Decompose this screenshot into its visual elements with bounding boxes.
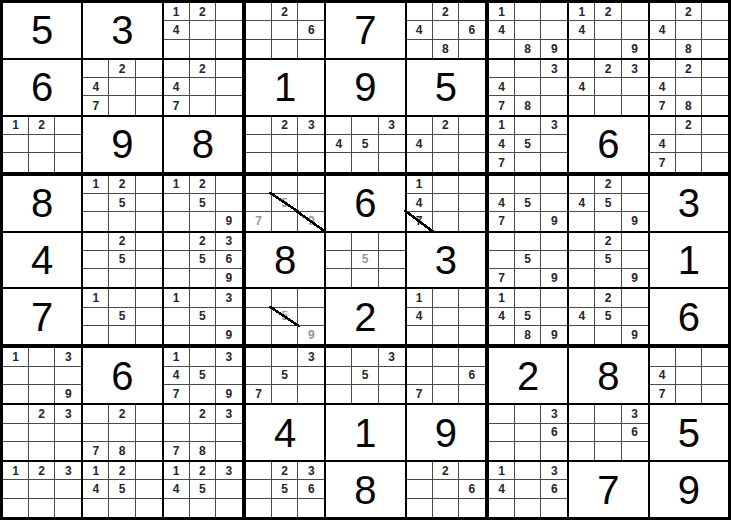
- cell-r3c7[interactable]: 13457: [489, 117, 567, 172]
- candidate-slot: [459, 326, 485, 344]
- cell-r5c5[interactable]: 5: [326, 233, 404, 288]
- candidate-slot: [136, 96, 162, 114]
- candidate-slot: [541, 308, 567, 326]
- candidate-slot: [489, 499, 515, 517]
- candidate-slot: [650, 3, 676, 21]
- candidate-slot: [164, 212, 190, 230]
- cell-r6c3[interactable]: 1359: [164, 289, 242, 344]
- cell-r5c4[interactable]: 8: [246, 233, 324, 288]
- candidate-slot: [595, 212, 621, 230]
- cell-value: 4: [31, 240, 53, 280]
- candidate-slot: [407, 499, 433, 517]
- candidate-r9c7-d4: 4: [489, 480, 515, 498]
- candidate-slot: [29, 424, 55, 442]
- cell-r7c6[interactable]: 67: [407, 348, 485, 403]
- candidate-r9c7-d1: 1: [489, 462, 515, 480]
- candidate-r8c3-d8: 8: [190, 442, 216, 460]
- cell-value: 6: [111, 356, 133, 396]
- candidate-r1c3-d1: 1: [164, 3, 190, 21]
- candidate-slot: [216, 60, 242, 78]
- candidate-r9c1-d2: 2: [29, 462, 55, 480]
- candidate-r3c5-d3: 3: [379, 117, 405, 135]
- box-8: 35735674192356826: [246, 348, 485, 517]
- candidate-r7c3-d7: 7: [164, 385, 190, 403]
- candidate-slot: [136, 78, 162, 96]
- candidate-slot: [595, 424, 621, 442]
- cell-r7c5[interactable]: 35: [326, 348, 404, 403]
- candidate-slot: [650, 40, 676, 58]
- cell-r5c9[interactable]: 1: [650, 233, 728, 288]
- cell-r2c9[interactable]: 2478: [650, 60, 728, 115]
- candidate-r2c8-d3: 3: [622, 60, 648, 78]
- cell-value: 5: [31, 10, 53, 50]
- candidate-slot: [136, 194, 162, 212]
- cell-r8c3[interactable]: 2378: [164, 405, 242, 460]
- cell-r5c7[interactable]: 579: [489, 233, 567, 288]
- candidate-r9c7-d3: 3: [541, 462, 567, 480]
- cell-r9c6[interactable]: 26: [407, 462, 485, 517]
- candidate-slot: [109, 499, 135, 517]
- cell-r5c1[interactable]: 4: [3, 233, 81, 288]
- candidate-r3c4-d3: 3: [298, 117, 324, 135]
- cell-r5c6[interactable]: 3: [407, 233, 485, 288]
- candidate-slot: [515, 233, 541, 251]
- candidate-r1c7-d1: 1: [489, 3, 515, 21]
- candidate-slot: [515, 3, 541, 21]
- candidate-slot: [650, 60, 676, 78]
- cell-r1c8[interactable]: 1249: [569, 3, 647, 58]
- candidate-slot: [272, 326, 298, 344]
- cell-r4c7[interactable]: 4579: [489, 176, 567, 231]
- candidate-slot: [29, 135, 55, 153]
- cell-value: 6: [354, 183, 376, 223]
- candidate-slot: [622, 289, 648, 307]
- cell-r9c3[interactable]: 12345: [164, 462, 242, 517]
- candidate-slot: [622, 21, 648, 39]
- candidate-r9c6-d2: 2: [433, 462, 459, 480]
- candidate-slot: [3, 153, 29, 171]
- candidate-r2c9-d7: 7: [650, 96, 676, 114]
- candidate-r2c7-d8: 8: [515, 96, 541, 114]
- candidate-slot: [246, 40, 272, 58]
- candidate-slot: [29, 480, 55, 498]
- candidate-slot: [650, 117, 676, 135]
- candidate-r7c3-d9: 9: [216, 385, 242, 403]
- cell-value: 3: [678, 183, 700, 223]
- cell-r2c1[interactable]: 6: [3, 60, 81, 115]
- candidate-slot: [190, 269, 216, 287]
- candidate-slot: [433, 499, 459, 517]
- cell-value: 5: [678, 413, 700, 453]
- candidate-r9c3-d3: 3: [216, 462, 242, 480]
- candidate-r1c7-d8: 8: [515, 40, 541, 58]
- candidate-slot: [459, 212, 485, 230]
- candidate-r1c7-d9: 9: [541, 40, 567, 58]
- candidate-slot: [164, 233, 190, 251]
- cell-value: 6: [31, 67, 53, 107]
- cell-r4c4[interactable]: 579: [246, 176, 324, 231]
- candidate-slot: [109, 78, 135, 96]
- candidate-r3c6-d2: 2: [433, 117, 459, 135]
- cell-r8c9[interactable]: 5: [650, 405, 728, 460]
- candidate-r1c8-d9: 9: [622, 40, 648, 58]
- candidate-slot: [83, 269, 109, 287]
- candidate-r6c4-d5: 5: [272, 308, 298, 326]
- cell-r8c5[interactable]: 1: [326, 405, 404, 460]
- candidate-slot: [29, 348, 55, 366]
- candidate-slot: [136, 269, 162, 287]
- cell-r6c2[interactable]: 15: [83, 289, 161, 344]
- cell-r5c2[interactable]: 25: [83, 233, 161, 288]
- candidate-slot: [569, 326, 595, 344]
- candidate-slot: [515, 499, 541, 517]
- candidate-slot: [55, 153, 81, 171]
- candidate-slot: [515, 21, 541, 39]
- cell-r3c6[interactable]: 24: [407, 117, 485, 172]
- candidate-slot: [246, 176, 272, 194]
- candidate-slot: [515, 480, 541, 498]
- cell-r9c8[interactable]: 7: [569, 462, 647, 517]
- candidate-slot: [515, 117, 541, 135]
- cell-r9c2[interactable]: 1245: [83, 462, 161, 517]
- candidate-r3c7-d7: 7: [489, 153, 515, 171]
- candidate-slot: [459, 153, 485, 171]
- cell-r8c1[interactable]: 23: [3, 405, 81, 460]
- cell-r6c8[interactable]: 2459: [569, 289, 647, 344]
- candidate-slot: [109, 269, 135, 287]
- candidate-slot: [622, 233, 648, 251]
- candidate-slot: [326, 233, 352, 251]
- candidate-r1c9-d8: 8: [676, 40, 702, 58]
- candidate-r3c9-d4: 4: [650, 135, 676, 153]
- candidate-slot: [136, 462, 162, 480]
- candidate-r3c7-d5: 5: [515, 135, 541, 153]
- candidate-slot: [569, 212, 595, 230]
- candidate-r6c4-d9: 9: [298, 326, 324, 344]
- candidate-r3c5-d4: 4: [326, 135, 352, 153]
- candidate-slot: [407, 3, 433, 21]
- candidate-slot: [164, 405, 190, 423]
- cell-r1c1[interactable]: 5: [3, 3, 81, 58]
- cell-r4c2[interactable]: 125: [83, 176, 161, 231]
- cell-r2c7[interactable]: 3478: [489, 60, 567, 115]
- candidate-slot: [489, 405, 515, 423]
- candidate-slot: [595, 40, 621, 58]
- candidate-slot: [489, 176, 515, 194]
- cell-r4c6[interactable]: 147: [407, 176, 485, 231]
- cell-r4c8[interactable]: 2459: [569, 176, 647, 231]
- cell-r6c9[interactable]: 6: [650, 289, 728, 344]
- candidate-slot: [541, 176, 567, 194]
- cell-r9c7[interactable]: 1346: [489, 462, 567, 517]
- candidate-slot: [246, 348, 272, 366]
- cell-r7c2[interactable]: 6: [83, 348, 161, 403]
- candidate-slot: [433, 212, 459, 230]
- candidate-slot: [352, 117, 378, 135]
- cell-value: 8: [354, 470, 376, 510]
- candidate-r1c6-d8: 8: [433, 40, 459, 58]
- cell-r7c3[interactable]: 134579: [164, 348, 242, 403]
- candidate-slot: [595, 442, 621, 460]
- candidate-slot: [3, 385, 29, 403]
- candidate-r5c2-d2: 2: [109, 233, 135, 251]
- cell-r1c9[interactable]: 248: [650, 3, 728, 58]
- candidate-slot: [216, 442, 242, 460]
- candidate-slot: [676, 367, 702, 385]
- candidate-r2c9-d2: 2: [676, 60, 702, 78]
- candidate-slot: [569, 233, 595, 251]
- candidate-r4c8-d5: 5: [595, 194, 621, 212]
- cell-r9c1[interactable]: 123: [3, 462, 81, 517]
- candidate-slot: [216, 40, 242, 58]
- cell-r8c6[interactable]: 9: [407, 405, 485, 460]
- candidate-slot: [272, 289, 298, 307]
- box-9: 284736365134679: [489, 348, 728, 517]
- candidate-slot: [3, 480, 29, 498]
- cell-r2c3[interactable]: 247: [164, 60, 242, 115]
- candidate-r1c6-d6: 6: [459, 21, 485, 39]
- cell-r1c6[interactable]: 2468: [407, 3, 485, 58]
- cell-r6c5[interactable]: 2: [326, 289, 404, 344]
- cell-r9c4[interactable]: 2356: [246, 462, 324, 517]
- candidate-r5c2-d5: 5: [109, 251, 135, 269]
- candidate-slot: [298, 3, 324, 21]
- candidate-r5c3-d9: 9: [216, 269, 242, 287]
- candidate-r1c7-d4: 4: [489, 21, 515, 39]
- candidate-r4c3-d1: 1: [164, 176, 190, 194]
- candidate-r3c7-d1: 1: [489, 117, 515, 135]
- candidate-r7c9-d4: 4: [650, 367, 676, 385]
- cell-r9c5[interactable]: 8: [326, 462, 404, 517]
- candidate-slot: [515, 405, 541, 423]
- candidate-r1c4-d2: 2: [272, 3, 298, 21]
- box-1: 5312462472471298: [3, 3, 242, 172]
- candidate-r4c3-d2: 2: [190, 176, 216, 194]
- cell-value: 9: [435, 413, 457, 453]
- cell-r6c6[interactable]: 14: [407, 289, 485, 344]
- cell-r3c8[interactable]: 6: [569, 117, 647, 172]
- cell-r2c6[interactable]: 5: [407, 60, 485, 115]
- cell-r8c4[interactable]: 4: [246, 405, 324, 460]
- candidate-slot: [164, 40, 190, 58]
- candidate-slot: [190, 78, 216, 96]
- cell-r8c7[interactable]: 36: [489, 405, 567, 460]
- candidate-slot: [136, 405, 162, 423]
- candidate-slot: [433, 480, 459, 498]
- candidate-slot: [83, 308, 109, 326]
- cell-r2c2[interactable]: 247: [83, 60, 161, 115]
- cell-r7c7[interactable]: 2: [489, 348, 567, 403]
- candidate-r9c4-d3: 3: [298, 462, 324, 480]
- candidate-slot: [272, 348, 298, 366]
- candidate-slot: [433, 348, 459, 366]
- cell-r1c3[interactable]: 124: [164, 3, 242, 58]
- candidate-slot: [136, 480, 162, 498]
- cell-r1c5[interactable]: 7: [326, 3, 404, 58]
- candidate-slot: [190, 326, 216, 344]
- candidate-slot: [702, 153, 728, 171]
- candidate-slot: [164, 60, 190, 78]
- candidate-slot: [489, 442, 515, 460]
- cell-r2c4[interactable]: 1: [246, 60, 324, 115]
- candidate-r9c2-d4: 4: [83, 480, 109, 498]
- candidate-slot: [83, 251, 109, 269]
- cell-value: 8: [597, 356, 619, 396]
- candidate-slot: [190, 424, 216, 442]
- candidate-slot: [136, 233, 162, 251]
- candidate-slot: [650, 348, 676, 366]
- candidate-r5c7-d5: 5: [515, 251, 541, 269]
- candidate-r8c1-d3: 3: [55, 405, 81, 423]
- candidate-slot: [702, 78, 728, 96]
- candidate-slot: [246, 153, 272, 171]
- candidate-slot: [541, 96, 567, 114]
- cell-r2c5[interactable]: 9: [326, 60, 404, 115]
- candidate-slot: [246, 367, 272, 385]
- candidate-slot: [83, 194, 109, 212]
- candidate-slot: [190, 212, 216, 230]
- candidate-slot: [55, 135, 81, 153]
- candidate-slot: [622, 251, 648, 269]
- candidate-r2c3-d4: 4: [164, 78, 190, 96]
- candidate-slot: [55, 117, 81, 135]
- candidate-r5c8-d9: 9: [622, 269, 648, 287]
- candidate-slot: [216, 176, 242, 194]
- candidate-slot: [136, 326, 162, 344]
- cell-r6c4[interactable]: 59: [246, 289, 324, 344]
- candidate-slot: [164, 424, 190, 442]
- candidate-slot: [459, 135, 485, 153]
- candidate-r6c8-d9: 9: [622, 326, 648, 344]
- candidate-r7c4-d3: 3: [298, 348, 324, 366]
- cell-r7c1[interactable]: 139: [3, 348, 81, 403]
- cell-r6c7[interactable]: 14589: [489, 289, 567, 344]
- candidate-r9c1-d1: 1: [3, 462, 29, 480]
- candidate-slot: [326, 251, 352, 269]
- candidate-slot: [298, 153, 324, 171]
- cell-r8c8[interactable]: 36: [569, 405, 647, 460]
- candidate-r6c6-d4: 4: [407, 308, 433, 326]
- candidate-slot: [569, 60, 595, 78]
- candidate-slot: [515, 176, 541, 194]
- cell-r1c4[interactable]: 26: [246, 3, 324, 58]
- candidate-r1c9-d4: 4: [650, 21, 676, 39]
- candidate-slot: [622, 176, 648, 194]
- candidate-slot: [379, 251, 405, 269]
- cell-r5c3[interactable]: 23569: [164, 233, 242, 288]
- candidate-slot: [702, 3, 728, 21]
- box-5: 579614785359214: [246, 176, 485, 345]
- candidate-r3c7-d4: 4: [489, 135, 515, 153]
- candidate-slot: [702, 367, 728, 385]
- candidate-r6c3-d1: 1: [164, 289, 190, 307]
- candidate-r4c3-d5: 5: [190, 194, 216, 212]
- candidate-slot: [541, 499, 567, 517]
- candidate-slot: [298, 194, 324, 212]
- cell-r7c9[interactable]: 47: [650, 348, 728, 403]
- cell-r2c8[interactable]: 234: [569, 60, 647, 115]
- cell-value: 3: [111, 10, 133, 50]
- cell-r3c2[interactable]: 9: [83, 117, 161, 172]
- cell-r4c3[interactable]: 1259: [164, 176, 242, 231]
- candidate-slot: [379, 153, 405, 171]
- candidate-slot: [515, 60, 541, 78]
- candidate-slot: [595, 78, 621, 96]
- cell-r3c5[interactable]: 345: [326, 117, 404, 172]
- candidate-r8c3-d3: 3: [216, 405, 242, 423]
- candidate-r2c3-d2: 2: [190, 60, 216, 78]
- candidate-r7c3-d5: 5: [190, 367, 216, 385]
- candidate-slot: [55, 499, 81, 517]
- cell-r6c1[interactable]: 7: [3, 289, 81, 344]
- candidate-slot: [3, 442, 29, 460]
- candidate-slot: [676, 348, 702, 366]
- candidate-slot: [246, 3, 272, 21]
- candidate-r7c9-d7: 7: [650, 385, 676, 403]
- candidate-slot: [407, 40, 433, 58]
- cell-value: 9: [111, 124, 133, 164]
- candidate-slot: [216, 21, 242, 39]
- candidate-r6c8-d2: 2: [595, 289, 621, 307]
- candidate-r9c2-d5: 5: [109, 480, 135, 498]
- candidate-slot: [136, 212, 162, 230]
- candidate-slot: [164, 326, 190, 344]
- candidate-r7c6-d7: 7: [407, 385, 433, 403]
- cell-r3c4[interactable]: 23: [246, 117, 324, 172]
- candidate-slot: [459, 40, 485, 58]
- candidate-r8c3-d7: 7: [164, 442, 190, 460]
- candidate-r2c9-d8: 8: [676, 96, 702, 114]
- cell-r1c7[interactable]: 1489: [489, 3, 567, 58]
- candidate-slot: [216, 480, 242, 498]
- cell-r5c8[interactable]: 259: [569, 233, 647, 288]
- candidate-slot: [55, 367, 81, 385]
- cell-value: 7: [354, 10, 376, 50]
- cell-r9c9[interactable]: 9: [650, 462, 728, 517]
- candidate-slot: [352, 269, 378, 287]
- candidate-slot: [136, 176, 162, 194]
- cell-r4c5[interactable]: 6: [326, 176, 404, 231]
- candidate-r4c8-d2: 2: [595, 176, 621, 194]
- candidate-r9c3-d5: 5: [190, 480, 216, 498]
- candidate-r5c7-d9: 9: [541, 269, 567, 287]
- cell-r7c4[interactable]: 357: [246, 348, 324, 403]
- cell-r3c1[interactable]: 12: [3, 117, 81, 172]
- candidate-slot: [298, 289, 324, 307]
- cell-r3c3[interactable]: 8: [164, 117, 242, 172]
- candidate-slot: [83, 233, 109, 251]
- cell-r4c9[interactable]: 3: [650, 176, 728, 231]
- cell-r3c9[interactable]: 247: [650, 117, 728, 172]
- candidate-r9c1-d3: 3: [55, 462, 81, 480]
- candidate-slot: [55, 442, 81, 460]
- candidate-slot: [136, 308, 162, 326]
- candidate-slot: [190, 96, 216, 114]
- candidate-r8c8-d3: 3: [622, 405, 648, 423]
- candidate-slot: [246, 135, 272, 153]
- candidate-r6c8-d5: 5: [595, 308, 621, 326]
- cell-r8c2[interactable]: 278: [83, 405, 161, 460]
- candidate-r6c3-d9: 9: [216, 326, 242, 344]
- candidate-r4c6-d7: 7: [407, 212, 433, 230]
- candidate-slot: [595, 21, 621, 39]
- candidate-slot: [298, 385, 324, 403]
- cell-r1c2[interactable]: 3: [83, 3, 161, 58]
- cell-r7c8[interactable]: 8: [569, 348, 647, 403]
- candidate-slot: [541, 153, 567, 171]
- cell-value: 1: [354, 413, 376, 453]
- cell-r4c1[interactable]: 8: [3, 176, 81, 231]
